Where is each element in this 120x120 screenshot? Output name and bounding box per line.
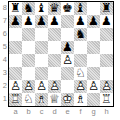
square-c8[interactable]: ♝ — [35, 2, 48, 15]
square-h2[interactable]: ♟♙ — [100, 80, 113, 93]
square-c6[interactable] — [35, 28, 48, 41]
white-piece-r: ♖ — [9, 93, 22, 106]
square-g2[interactable]: ♟♙ — [87, 80, 100, 93]
white-piece-p: ♙ — [74, 80, 87, 93]
square-f2[interactable]: ♟♙ — [74, 80, 87, 93]
black-piece-p: ♟ — [22, 15, 35, 28]
black-piece-p: ♟ — [61, 41, 74, 54]
rank-label-5: 5 — [0, 40, 8, 53]
square-a5[interactable] — [9, 41, 22, 54]
white-piece-n: ♘ — [22, 93, 35, 106]
black-piece-p: ♟ — [48, 15, 61, 28]
square-c7[interactable]: ♟ — [35, 15, 48, 28]
black-piece-n: ♞ — [22, 2, 35, 15]
white-p-fill: ♟ — [35, 80, 48, 93]
white-piece-r: ♖ — [100, 93, 113, 106]
square-d7[interactable]: ♟ — [48, 15, 61, 28]
square-b7[interactable]: ♟ — [22, 15, 35, 28]
white-p-fill: ♟ — [9, 80, 22, 93]
square-f8[interactable]: ♝ — [74, 2, 87, 15]
square-e8[interactable]: ♚ — [61, 2, 74, 15]
square-d4[interactable] — [48, 54, 61, 67]
square-a4[interactable] — [9, 54, 22, 67]
rank-label-6: 6 — [0, 27, 8, 40]
square-d2[interactable]: ♟♙ — [48, 80, 61, 93]
black-piece-p: ♟ — [74, 15, 87, 28]
white-piece-q: ♕ — [48, 93, 61, 106]
square-b4[interactable] — [22, 54, 35, 67]
rank-label-1: 1 — [0, 92, 8, 105]
square-f5[interactable] — [74, 41, 87, 54]
black-piece-p: ♟ — [35, 15, 48, 28]
file-label-g: g — [87, 107, 100, 116]
white-piece-k: ♔ — [61, 93, 74, 106]
square-a8[interactable]: ♜ — [9, 2, 22, 15]
square-d6[interactable] — [48, 28, 61, 41]
square-e4[interactable]: ♟♙ — [61, 54, 74, 67]
white-p-fill: ♟ — [22, 80, 35, 93]
square-g1[interactable] — [87, 93, 100, 106]
white-r-fill: ♜ — [9, 93, 22, 106]
square-h5[interactable] — [100, 41, 113, 54]
square-c4[interactable] — [35, 54, 48, 67]
square-a6[interactable] — [9, 28, 22, 41]
black-piece-p: ♟ — [100, 15, 113, 28]
square-d1[interactable]: ♛♕ — [48, 93, 61, 106]
square-a3[interactable] — [9, 67, 22, 80]
file-label-b: b — [22, 107, 35, 116]
square-h6[interactable] — [100, 28, 113, 41]
white-b-fill: ♝ — [74, 93, 87, 106]
square-g6[interactable] — [87, 28, 100, 41]
white-q-fill: ♛ — [48, 93, 61, 106]
rank-label-3: 3 — [0, 66, 8, 79]
black-piece-r: ♜ — [9, 2, 22, 15]
white-piece-b: ♗ — [74, 93, 87, 106]
square-g3[interactable] — [87, 67, 100, 80]
square-e5[interactable]: ♟ — [61, 41, 74, 54]
square-d8[interactable]: ♛ — [48, 2, 61, 15]
white-piece-p: ♙ — [100, 80, 113, 93]
black-piece-n: ♞ — [74, 28, 87, 41]
rank-label-8: 8 — [0, 1, 8, 14]
file-labels: abcdefgh — [9, 107, 113, 116]
white-piece-b: ♗ — [35, 93, 48, 106]
square-e1[interactable]: ♚♔ — [61, 93, 74, 106]
square-b5[interactable] — [22, 41, 35, 54]
file-label-d: d — [48, 107, 61, 116]
square-e7[interactable] — [61, 15, 74, 28]
black-piece-p: ♟ — [9, 15, 22, 28]
chess-diagram: 87654321 ♜♞♝♛♚♝♜♟♟♟♟♟♟♟♞♟♟♙♞♘♟♙♟♙♟♙♟♙♟♙♟… — [0, 0, 120, 120]
white-piece-n: ♘ — [74, 67, 87, 80]
square-b1[interactable]: ♞♘ — [22, 93, 35, 106]
square-c3[interactable] — [35, 67, 48, 80]
white-p-fill: ♟ — [61, 54, 74, 67]
square-e6[interactable] — [61, 28, 74, 41]
square-d3[interactable] — [48, 67, 61, 80]
white-p-fill: ♟ — [48, 80, 61, 93]
rank-label-4: 4 — [0, 53, 8, 66]
black-piece-b: ♝ — [35, 2, 48, 15]
square-c5[interactable] — [35, 41, 48, 54]
file-label-a: a — [9, 107, 22, 116]
black-piece-b: ♝ — [74, 2, 87, 15]
white-r-fill: ♜ — [100, 93, 113, 106]
chess-board: ♜♞♝♛♚♝♜♟♟♟♟♟♟♟♞♟♟♙♞♘♟♙♟♙♟♙♟♙♟♙♟♙♟♙♜♖♞♘♝♗… — [8, 1, 114, 107]
file-label-f: f — [74, 107, 87, 116]
white-k-fill: ♚ — [61, 93, 74, 106]
square-b6[interactable] — [22, 28, 35, 41]
square-g7[interactable]: ♟ — [87, 15, 100, 28]
square-b8[interactable]: ♞ — [22, 2, 35, 15]
square-e3[interactable] — [61, 67, 74, 80]
square-b2[interactable]: ♟♙ — [22, 80, 35, 93]
square-f1[interactable]: ♝♗ — [74, 93, 87, 106]
square-c1[interactable]: ♝♗ — [35, 93, 48, 106]
square-a7[interactable]: ♟ — [9, 15, 22, 28]
square-c2[interactable]: ♟♙ — [35, 80, 48, 93]
black-piece-p: ♟ — [87, 15, 100, 28]
white-n-fill: ♞ — [22, 93, 35, 106]
square-a1[interactable]: ♜♖ — [9, 93, 22, 106]
rank-label-2: 2 — [0, 79, 8, 92]
square-h3[interactable] — [100, 67, 113, 80]
square-h8[interactable]: ♜ — [100, 2, 113, 15]
white-piece-p: ♙ — [61, 54, 74, 67]
white-piece-p: ♙ — [87, 80, 100, 93]
white-piece-p: ♙ — [9, 80, 22, 93]
white-p-fill: ♟ — [87, 80, 100, 93]
rank-labels: 87654321 — [0, 1, 8, 105]
square-h1[interactable]: ♜♖ — [100, 93, 113, 106]
white-piece-p: ♙ — [22, 80, 35, 93]
square-e2[interactable] — [61, 80, 74, 93]
white-b-fill: ♝ — [35, 93, 48, 106]
file-label-e: e — [61, 107, 74, 116]
square-b3[interactable] — [22, 67, 35, 80]
square-f6[interactable]: ♞ — [74, 28, 87, 41]
black-piece-q: ♛ — [48, 2, 61, 15]
square-a2[interactable]: ♟♙ — [9, 80, 22, 93]
black-piece-r: ♜ — [100, 2, 113, 15]
square-h4[interactable] — [100, 54, 113, 67]
square-g5[interactable] — [87, 41, 100, 54]
square-g8[interactable] — [87, 2, 100, 15]
white-piece-p: ♙ — [48, 80, 61, 93]
file-label-h: h — [100, 107, 113, 116]
square-f3[interactable]: ♞♘ — [74, 67, 87, 80]
file-label-c: c — [35, 107, 48, 116]
white-p-fill: ♟ — [74, 80, 87, 93]
square-g4[interactable] — [87, 54, 100, 67]
white-piece-p: ♙ — [35, 80, 48, 93]
rank-label-7: 7 — [0, 14, 8, 27]
square-h7[interactable]: ♟ — [100, 15, 113, 28]
black-piece-k: ♚ — [61, 2, 74, 15]
square-d5[interactable] — [48, 41, 61, 54]
white-n-fill: ♞ — [74, 67, 87, 80]
white-p-fill: ♟ — [100, 80, 113, 93]
square-f7[interactable]: ♟ — [74, 15, 87, 28]
square-f4[interactable] — [74, 54, 87, 67]
